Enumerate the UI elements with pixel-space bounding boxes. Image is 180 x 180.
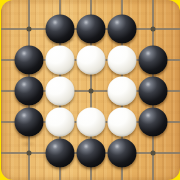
app-screen bbox=[0, 0, 180, 180]
white-stone bbox=[108, 46, 137, 75]
go-board[interactable] bbox=[1, 0, 180, 180]
star-point bbox=[27, 27, 32, 32]
black-stone bbox=[77, 139, 106, 168]
white-stone bbox=[77, 108, 106, 137]
white-stone bbox=[77, 46, 106, 75]
black-stone bbox=[15, 108, 44, 137]
black-stone bbox=[139, 108, 168, 137]
white-stone bbox=[108, 77, 137, 106]
white-stone bbox=[46, 77, 75, 106]
black-stone bbox=[46, 139, 75, 168]
star-point bbox=[89, 89, 94, 94]
black-stone bbox=[108, 15, 137, 44]
star-point bbox=[27, 151, 32, 156]
star-point bbox=[151, 151, 156, 156]
black-stone bbox=[46, 15, 75, 44]
star-point bbox=[151, 27, 156, 32]
white-stone bbox=[108, 108, 137, 137]
black-stone bbox=[15, 46, 44, 75]
black-stone bbox=[139, 46, 168, 75]
black-stone bbox=[77, 15, 106, 44]
white-stone bbox=[46, 108, 75, 137]
black-stone bbox=[139, 77, 168, 106]
black-stone bbox=[108, 139, 137, 168]
white-stone bbox=[46, 46, 75, 75]
black-stone bbox=[15, 77, 44, 106]
